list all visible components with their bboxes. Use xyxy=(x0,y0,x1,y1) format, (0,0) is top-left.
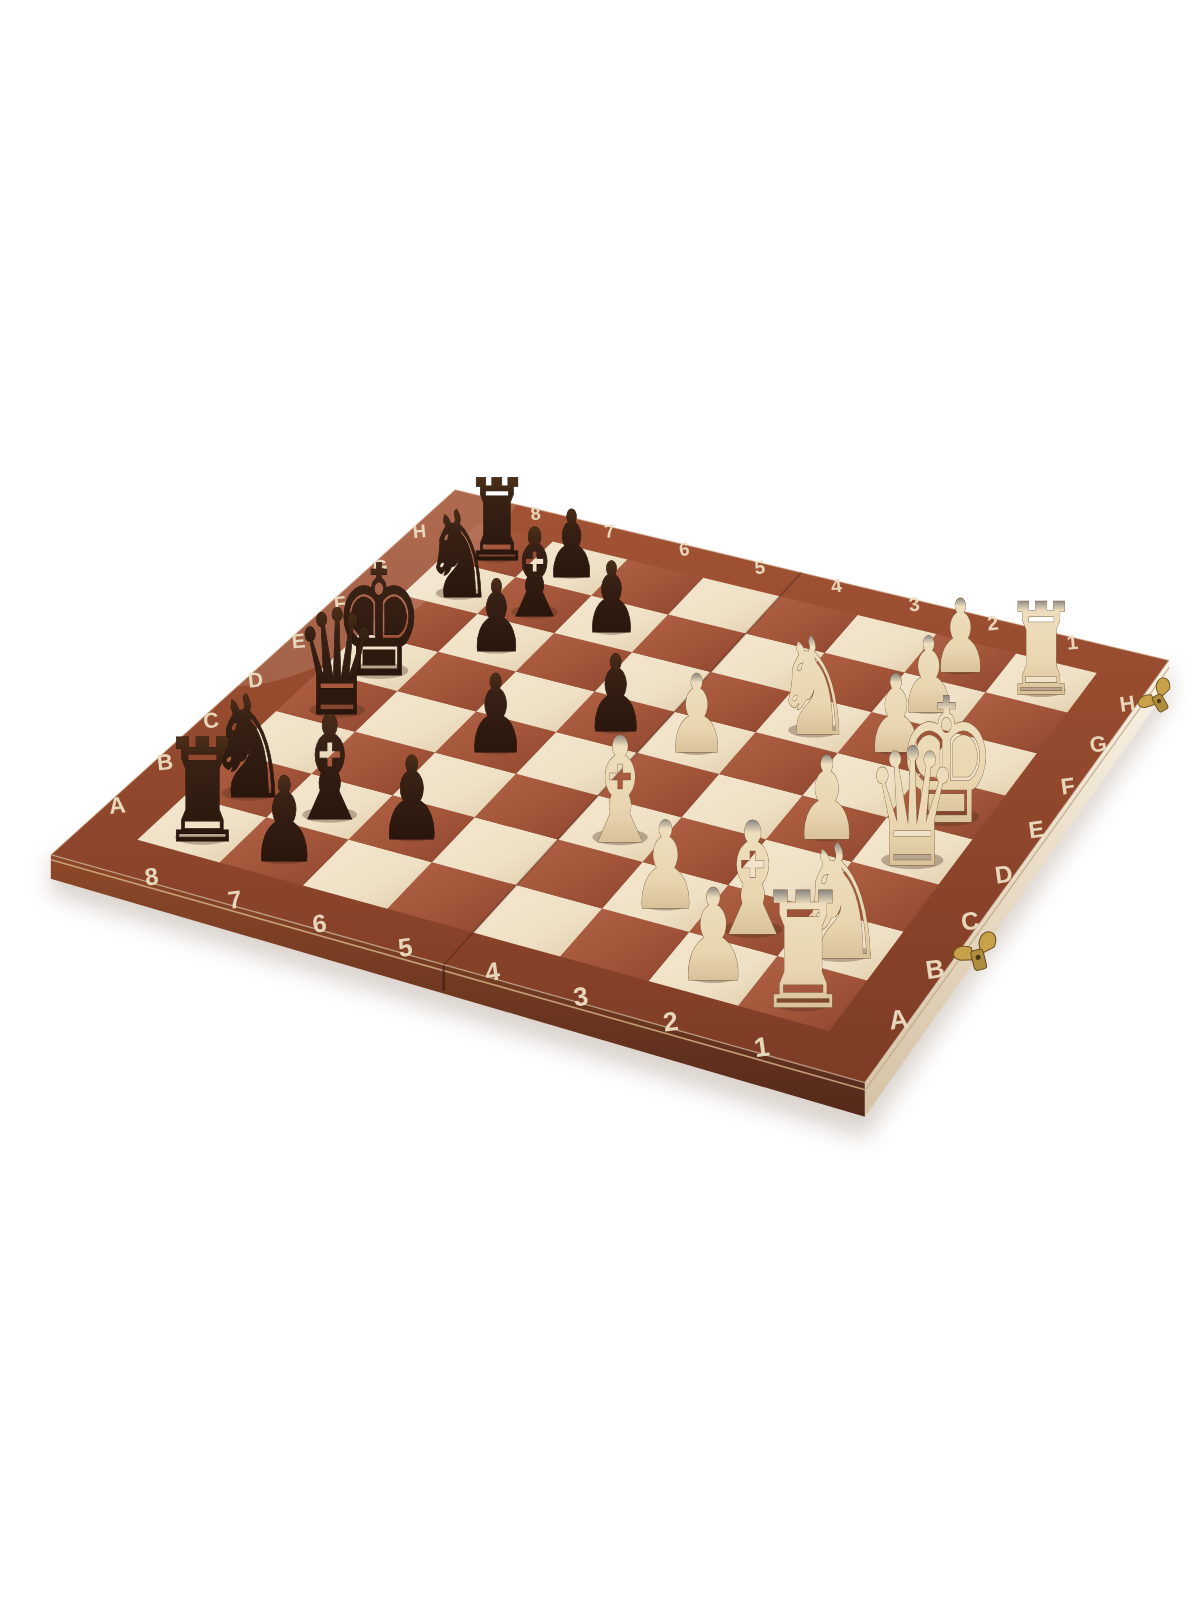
file-label-near-B: B xyxy=(924,954,946,984)
file-label-near-C: C xyxy=(959,905,981,935)
piece-black-pawn-b6[interactable]: ♟ xyxy=(378,732,445,866)
file-label-near-D: D xyxy=(993,860,1014,889)
svg-text:♜: ♜ xyxy=(161,708,244,874)
svg-text:♟: ♟ xyxy=(378,732,445,866)
chess-board: AABBCCDDEEFFGGHH1122334455667788 ♜ ♟ ♞ ♝… xyxy=(0,0,1200,1600)
product-photo: AABBCCDDEEFFGGHH1122334455667788 ♜ ♟ ♞ ♝… xyxy=(0,0,1200,1600)
piece-black-rook-a8[interactable]: ♜ xyxy=(161,708,244,874)
svg-text:♜: ♜ xyxy=(1004,575,1078,723)
svg-text:♟: ♟ xyxy=(250,752,318,888)
file-label-near-H: H xyxy=(1118,691,1137,717)
piece-white-pawn-e4[interactable]: ♟ xyxy=(665,653,728,778)
svg-text:♟: ♟ xyxy=(665,653,728,778)
piece-white-pawn-a2[interactable]: ♟ xyxy=(676,863,750,1010)
rank-label-right-3: 3 xyxy=(908,592,921,615)
file-label-far-A: A xyxy=(108,791,127,819)
piece-white-rook-a1[interactable]: ♜ xyxy=(756,859,849,1045)
piece-black-pawn-a7[interactable]: ♟ xyxy=(250,752,318,888)
rank-label-right-7: 7 xyxy=(603,520,615,542)
svg-text:♟: ♟ xyxy=(676,863,750,1010)
svg-text:♟: ♟ xyxy=(464,652,527,777)
file-label-near-G: G xyxy=(1088,731,1108,758)
svg-text:♜: ♜ xyxy=(756,859,849,1045)
file-label-near-A: A xyxy=(887,1003,910,1035)
rank-label-right-6: 6 xyxy=(678,538,690,560)
piece-white-rook-h1[interactable]: ♜ xyxy=(1004,575,1078,723)
rank-label-right-4: 4 xyxy=(830,575,843,597)
rank-label-right-5: 5 xyxy=(753,556,766,578)
piece-black-pawn-d6[interactable]: ♟ xyxy=(464,652,527,777)
